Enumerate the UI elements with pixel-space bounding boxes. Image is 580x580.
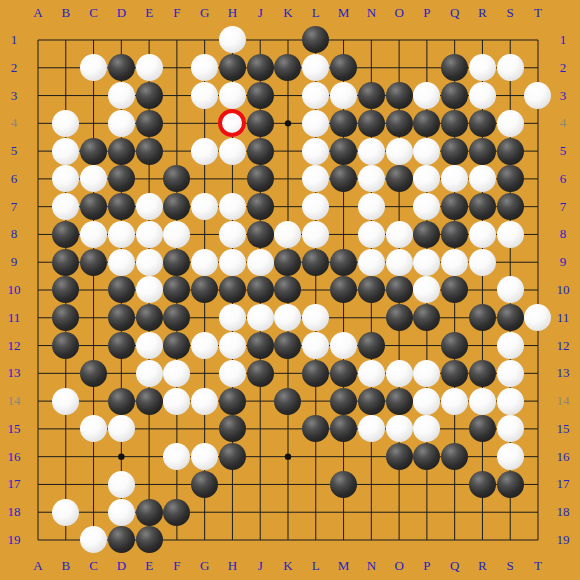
intersection-E1[interactable]: [135, 26, 163, 54]
intersection-J18[interactable]: [246, 498, 274, 526]
intersection-A17[interactable]: [24, 471, 52, 499]
intersection-B6[interactable]: [52, 165, 80, 193]
intersection-R15[interactable]: [469, 415, 497, 443]
intersection-C14[interactable]: [80, 387, 108, 415]
intersection-G15[interactable]: [191, 415, 219, 443]
intersection-Q8[interactable]: [441, 221, 469, 249]
intersection-C11[interactable]: [80, 304, 108, 332]
intersection-E18[interactable]: [135, 498, 163, 526]
intersection-M10[interactable]: [330, 276, 358, 304]
intersection-O14[interactable]: [385, 387, 413, 415]
intersection-L9[interactable]: [302, 248, 330, 276]
intersection-N1[interactable]: [357, 26, 385, 54]
intersection-J19[interactable]: [246, 526, 274, 554]
intersection-S4[interactable]: [496, 109, 524, 137]
intersection-M19[interactable]: [330, 526, 358, 554]
intersection-G9[interactable]: [191, 248, 219, 276]
intersection-J8[interactable]: [246, 221, 274, 249]
intersection-H17[interactable]: [219, 471, 247, 499]
intersection-T16[interactable]: [524, 443, 552, 471]
intersection-K17[interactable]: [274, 471, 302, 499]
intersection-D19[interactable]: [107, 526, 135, 554]
intersection-H3[interactable]: [219, 82, 247, 110]
intersection-P1[interactable]: [413, 26, 441, 54]
intersection-R7[interactable]: [469, 193, 497, 221]
intersection-J15[interactable]: [246, 415, 274, 443]
intersection-K4[interactable]: [274, 109, 302, 137]
intersection-A10[interactable]: [24, 276, 52, 304]
intersection-H5[interactable]: [219, 137, 247, 165]
intersection-B14[interactable]: [52, 387, 80, 415]
intersection-A3[interactable]: [24, 82, 52, 110]
intersection-E9[interactable]: [135, 248, 163, 276]
intersection-M17[interactable]: [330, 471, 358, 499]
intersection-C10[interactable]: [80, 276, 108, 304]
intersection-S1[interactable]: [496, 26, 524, 54]
intersection-T6[interactable]: [524, 165, 552, 193]
intersection-M18[interactable]: [330, 498, 358, 526]
intersection-F18[interactable]: [163, 498, 191, 526]
intersection-L13[interactable]: [302, 359, 330, 387]
intersection-E14[interactable]: [135, 387, 163, 415]
intersection-B4[interactable]: [52, 109, 80, 137]
intersection-K15[interactable]: [274, 415, 302, 443]
intersection-E11[interactable]: [135, 304, 163, 332]
intersection-C18[interactable]: [80, 498, 108, 526]
intersection-E4[interactable]: [135, 109, 163, 137]
intersection-M11[interactable]: [330, 304, 358, 332]
intersection-R3[interactable]: [469, 82, 497, 110]
intersection-F19[interactable]: [163, 526, 191, 554]
intersection-H4[interactable]: [219, 109, 247, 137]
intersection-C15[interactable]: [80, 415, 108, 443]
intersection-S6[interactable]: [496, 165, 524, 193]
intersection-J11[interactable]: [246, 304, 274, 332]
intersection-P8[interactable]: [413, 221, 441, 249]
intersection-A18[interactable]: [24, 498, 52, 526]
intersection-F15[interactable]: [163, 415, 191, 443]
intersection-Q11[interactable]: [441, 304, 469, 332]
intersection-E3[interactable]: [135, 82, 163, 110]
intersection-R19[interactable]: [469, 526, 497, 554]
intersection-F11[interactable]: [163, 304, 191, 332]
intersection-C12[interactable]: [80, 332, 108, 360]
intersection-F2[interactable]: [163, 54, 191, 82]
intersection-O19[interactable]: [385, 526, 413, 554]
intersection-M9[interactable]: [330, 248, 358, 276]
intersection-M1[interactable]: [330, 26, 358, 54]
intersection-B7[interactable]: [52, 193, 80, 221]
intersection-E2[interactable]: [135, 54, 163, 82]
intersection-T11[interactable]: [524, 304, 552, 332]
intersection-G7[interactable]: [191, 193, 219, 221]
intersection-N5[interactable]: [357, 137, 385, 165]
intersection-M12[interactable]: [330, 332, 358, 360]
intersection-A13[interactable]: [24, 359, 52, 387]
intersection-R11[interactable]: [469, 304, 497, 332]
intersection-F7[interactable]: [163, 193, 191, 221]
intersection-T10[interactable]: [524, 276, 552, 304]
intersection-O15[interactable]: [385, 415, 413, 443]
intersection-T9[interactable]: [524, 248, 552, 276]
intersection-K9[interactable]: [274, 248, 302, 276]
intersection-O12[interactable]: [385, 332, 413, 360]
intersection-O16[interactable]: [385, 443, 413, 471]
intersection-C3[interactable]: [80, 82, 108, 110]
intersection-E5[interactable]: [135, 137, 163, 165]
intersection-F9[interactable]: [163, 248, 191, 276]
intersection-H11[interactable]: [219, 304, 247, 332]
intersection-S11[interactable]: [496, 304, 524, 332]
intersection-O13[interactable]: [385, 359, 413, 387]
intersection-P4[interactable]: [413, 109, 441, 137]
intersection-R4[interactable]: [469, 109, 497, 137]
intersection-G4[interactable]: [191, 109, 219, 137]
intersection-L12[interactable]: [302, 332, 330, 360]
intersection-M3[interactable]: [330, 82, 358, 110]
intersection-J12[interactable]: [246, 332, 274, 360]
intersection-J13[interactable]: [246, 359, 274, 387]
intersection-K11[interactable]: [274, 304, 302, 332]
intersection-K6[interactable]: [274, 165, 302, 193]
intersection-G17[interactable]: [191, 471, 219, 499]
intersection-B16[interactable]: [52, 443, 80, 471]
intersection-F5[interactable]: [163, 137, 191, 165]
intersection-H13[interactable]: [219, 359, 247, 387]
intersection-N7[interactable]: [357, 193, 385, 221]
intersection-G18[interactable]: [191, 498, 219, 526]
intersection-L14[interactable]: [302, 387, 330, 415]
intersection-G11[interactable]: [191, 304, 219, 332]
intersection-D9[interactable]: [107, 248, 135, 276]
intersection-D14[interactable]: [107, 387, 135, 415]
intersection-B11[interactable]: [52, 304, 80, 332]
intersection-Q4[interactable]: [441, 109, 469, 137]
intersection-S2[interactable]: [496, 54, 524, 82]
intersection-L18[interactable]: [302, 498, 330, 526]
intersection-L2[interactable]: [302, 54, 330, 82]
intersection-P3[interactable]: [413, 82, 441, 110]
intersection-Q15[interactable]: [441, 415, 469, 443]
intersection-D18[interactable]: [107, 498, 135, 526]
intersection-J16[interactable]: [246, 443, 274, 471]
intersection-L19[interactable]: [302, 526, 330, 554]
intersection-C16[interactable]: [80, 443, 108, 471]
intersection-T18[interactable]: [524, 498, 552, 526]
intersection-K2[interactable]: [274, 54, 302, 82]
intersection-N19[interactable]: [357, 526, 385, 554]
intersection-T13[interactable]: [524, 359, 552, 387]
intersection-K14[interactable]: [274, 387, 302, 415]
intersection-N6[interactable]: [357, 165, 385, 193]
intersection-E17[interactable]: [135, 471, 163, 499]
intersection-C19[interactable]: [80, 526, 108, 554]
intersection-P12[interactable]: [413, 332, 441, 360]
intersection-A5[interactable]: [24, 137, 52, 165]
intersection-S19[interactable]: [496, 526, 524, 554]
intersection-H16[interactable]: [219, 443, 247, 471]
intersection-T12[interactable]: [524, 332, 552, 360]
intersection-H19[interactable]: [219, 526, 247, 554]
intersection-J10[interactable]: [246, 276, 274, 304]
intersection-N4[interactable]: [357, 109, 385, 137]
intersection-P2[interactable]: [413, 54, 441, 82]
intersection-L5[interactable]: [302, 137, 330, 165]
intersection-H7[interactable]: [219, 193, 247, 221]
intersection-D15[interactable]: [107, 415, 135, 443]
intersection-D5[interactable]: [107, 137, 135, 165]
intersection-D4[interactable]: [107, 109, 135, 137]
intersection-O1[interactable]: [385, 26, 413, 54]
intersection-N16[interactable]: [357, 443, 385, 471]
intersection-T7[interactable]: [524, 193, 552, 221]
intersection-O5[interactable]: [385, 137, 413, 165]
intersection-D1[interactable]: [107, 26, 135, 54]
intersection-B2[interactable]: [52, 54, 80, 82]
intersection-D8[interactable]: [107, 221, 135, 249]
intersection-A6[interactable]: [24, 165, 52, 193]
intersection-K16[interactable]: [274, 443, 302, 471]
intersection-P18[interactable]: [413, 498, 441, 526]
intersection-C1[interactable]: [80, 26, 108, 54]
intersection-F10[interactable]: [163, 276, 191, 304]
intersection-O17[interactable]: [385, 471, 413, 499]
intersection-N17[interactable]: [357, 471, 385, 499]
intersection-L7[interactable]: [302, 193, 330, 221]
intersection-Q18[interactable]: [441, 498, 469, 526]
intersection-Q9[interactable]: [441, 248, 469, 276]
intersection-L1[interactable]: [302, 26, 330, 54]
intersection-Q16[interactable]: [441, 443, 469, 471]
intersection-B13[interactable]: [52, 359, 80, 387]
intersection-B18[interactable]: [52, 498, 80, 526]
intersection-Q10[interactable]: [441, 276, 469, 304]
intersection-R16[interactable]: [469, 443, 497, 471]
intersection-Q17[interactable]: [441, 471, 469, 499]
intersection-Q19[interactable]: [441, 526, 469, 554]
intersection-T4[interactable]: [524, 109, 552, 137]
intersection-G10[interactable]: [191, 276, 219, 304]
intersection-C17[interactable]: [80, 471, 108, 499]
intersection-C7[interactable]: [80, 193, 108, 221]
intersection-A16[interactable]: [24, 443, 52, 471]
intersection-O2[interactable]: [385, 54, 413, 82]
intersection-P6[interactable]: [413, 165, 441, 193]
intersection-D2[interactable]: [107, 54, 135, 82]
intersection-R10[interactable]: [469, 276, 497, 304]
intersection-D3[interactable]: [107, 82, 135, 110]
intersection-Q1[interactable]: [441, 26, 469, 54]
intersection-R14[interactable]: [469, 387, 497, 415]
intersection-F8[interactable]: [163, 221, 191, 249]
intersection-S17[interactable]: [496, 471, 524, 499]
intersection-M4[interactable]: [330, 109, 358, 137]
intersection-B17[interactable]: [52, 471, 80, 499]
intersection-S7[interactable]: [496, 193, 524, 221]
intersection-R2[interactable]: [469, 54, 497, 82]
intersection-A1[interactable]: [24, 26, 52, 54]
intersection-H10[interactable]: [219, 276, 247, 304]
intersection-B8[interactable]: [52, 221, 80, 249]
intersection-K18[interactable]: [274, 498, 302, 526]
intersection-O9[interactable]: [385, 248, 413, 276]
intersection-M7[interactable]: [330, 193, 358, 221]
intersection-J3[interactable]: [246, 82, 274, 110]
intersection-G5[interactable]: [191, 137, 219, 165]
intersection-J14[interactable]: [246, 387, 274, 415]
intersection-O6[interactable]: [385, 165, 413, 193]
intersection-H15[interactable]: [219, 415, 247, 443]
intersection-M5[interactable]: [330, 137, 358, 165]
intersection-G19[interactable]: [191, 526, 219, 554]
intersection-H18[interactable]: [219, 498, 247, 526]
intersection-H8[interactable]: [219, 221, 247, 249]
intersection-B19[interactable]: [52, 526, 80, 554]
intersection-D13[interactable]: [107, 359, 135, 387]
intersection-L11[interactable]: [302, 304, 330, 332]
intersection-D10[interactable]: [107, 276, 135, 304]
intersection-P10[interactable]: [413, 276, 441, 304]
intersection-G8[interactable]: [191, 221, 219, 249]
intersection-S8[interactable]: [496, 221, 524, 249]
intersection-J6[interactable]: [246, 165, 274, 193]
intersection-S10[interactable]: [496, 276, 524, 304]
intersection-A14[interactable]: [24, 387, 52, 415]
intersection-G12[interactable]: [191, 332, 219, 360]
intersection-O3[interactable]: [385, 82, 413, 110]
intersection-R13[interactable]: [469, 359, 497, 387]
intersection-L15[interactable]: [302, 415, 330, 443]
intersection-N11[interactable]: [357, 304, 385, 332]
intersection-J9[interactable]: [246, 248, 274, 276]
intersection-C8[interactable]: [80, 221, 108, 249]
intersection-N18[interactable]: [357, 498, 385, 526]
intersection-G1[interactable]: [191, 26, 219, 54]
intersection-A2[interactable]: [24, 54, 52, 82]
intersection-L16[interactable]: [302, 443, 330, 471]
intersection-P11[interactable]: [413, 304, 441, 332]
intersection-O4[interactable]: [385, 109, 413, 137]
intersection-C13[interactable]: [80, 359, 108, 387]
intersection-Q6[interactable]: [441, 165, 469, 193]
intersection-F13[interactable]: [163, 359, 191, 387]
intersection-R5[interactable]: [469, 137, 497, 165]
intersection-T2[interactable]: [524, 54, 552, 82]
intersection-M2[interactable]: [330, 54, 358, 82]
intersection-T17[interactable]: [524, 471, 552, 499]
intersection-B9[interactable]: [52, 248, 80, 276]
intersection-H9[interactable]: [219, 248, 247, 276]
intersection-J4[interactable]: [246, 109, 274, 137]
intersection-C2[interactable]: [80, 54, 108, 82]
intersection-P9[interactable]: [413, 248, 441, 276]
intersection-E7[interactable]: [135, 193, 163, 221]
intersection-S16[interactable]: [496, 443, 524, 471]
intersection-L17[interactable]: [302, 471, 330, 499]
intersection-Q2[interactable]: [441, 54, 469, 82]
intersection-B15[interactable]: [52, 415, 80, 443]
intersection-J1[interactable]: [246, 26, 274, 54]
intersection-A4[interactable]: [24, 109, 52, 137]
intersection-F6[interactable]: [163, 165, 191, 193]
intersection-S3[interactable]: [496, 82, 524, 110]
intersection-E6[interactable]: [135, 165, 163, 193]
intersection-Q3[interactable]: [441, 82, 469, 110]
intersection-K12[interactable]: [274, 332, 302, 360]
intersection-B12[interactable]: [52, 332, 80, 360]
intersection-M16[interactable]: [330, 443, 358, 471]
intersection-G6[interactable]: [191, 165, 219, 193]
intersection-K7[interactable]: [274, 193, 302, 221]
intersection-C4[interactable]: [80, 109, 108, 137]
intersection-D17[interactable]: [107, 471, 135, 499]
intersection-B5[interactable]: [52, 137, 80, 165]
intersection-R18[interactable]: [469, 498, 497, 526]
intersection-N14[interactable]: [357, 387, 385, 415]
intersection-G2[interactable]: [191, 54, 219, 82]
intersection-Q12[interactable]: [441, 332, 469, 360]
intersection-N13[interactable]: [357, 359, 385, 387]
intersection-H12[interactable]: [219, 332, 247, 360]
intersection-P7[interactable]: [413, 193, 441, 221]
intersection-G16[interactable]: [191, 443, 219, 471]
intersection-C6[interactable]: [80, 165, 108, 193]
intersection-F14[interactable]: [163, 387, 191, 415]
intersection-H1[interactable]: [219, 26, 247, 54]
intersection-D11[interactable]: [107, 304, 135, 332]
intersection-O10[interactable]: [385, 276, 413, 304]
intersection-E10[interactable]: [135, 276, 163, 304]
intersection-J2[interactable]: [246, 54, 274, 82]
intersection-N2[interactable]: [357, 54, 385, 82]
intersection-P5[interactable]: [413, 137, 441, 165]
intersection-M14[interactable]: [330, 387, 358, 415]
intersection-T15[interactable]: [524, 415, 552, 443]
intersection-N15[interactable]: [357, 415, 385, 443]
intersection-B1[interactable]: [52, 26, 80, 54]
intersection-P13[interactable]: [413, 359, 441, 387]
intersection-K5[interactable]: [274, 137, 302, 165]
intersection-D16[interactable]: [107, 443, 135, 471]
intersection-S13[interactable]: [496, 359, 524, 387]
intersection-S18[interactable]: [496, 498, 524, 526]
intersection-B3[interactable]: [52, 82, 80, 110]
intersection-N8[interactable]: [357, 221, 385, 249]
intersection-A19[interactable]: [24, 526, 52, 554]
intersection-G14[interactable]: [191, 387, 219, 415]
intersection-J5[interactable]: [246, 137, 274, 165]
intersection-T5[interactable]: [524, 137, 552, 165]
intersection-O7[interactable]: [385, 193, 413, 221]
intersection-L10[interactable]: [302, 276, 330, 304]
intersection-O8[interactable]: [385, 221, 413, 249]
intersection-P15[interactable]: [413, 415, 441, 443]
intersection-J17[interactable]: [246, 471, 274, 499]
intersection-E8[interactable]: [135, 221, 163, 249]
intersection-T3[interactable]: [524, 82, 552, 110]
intersection-O11[interactable]: [385, 304, 413, 332]
intersection-S9[interactable]: [496, 248, 524, 276]
intersection-Q13[interactable]: [441, 359, 469, 387]
intersection-E15[interactable]: [135, 415, 163, 443]
intersection-M13[interactable]: [330, 359, 358, 387]
intersection-F12[interactable]: [163, 332, 191, 360]
intersection-S12[interactable]: [496, 332, 524, 360]
intersection-E12[interactable]: [135, 332, 163, 360]
intersection-T14[interactable]: [524, 387, 552, 415]
intersection-K13[interactable]: [274, 359, 302, 387]
intersection-R12[interactable]: [469, 332, 497, 360]
